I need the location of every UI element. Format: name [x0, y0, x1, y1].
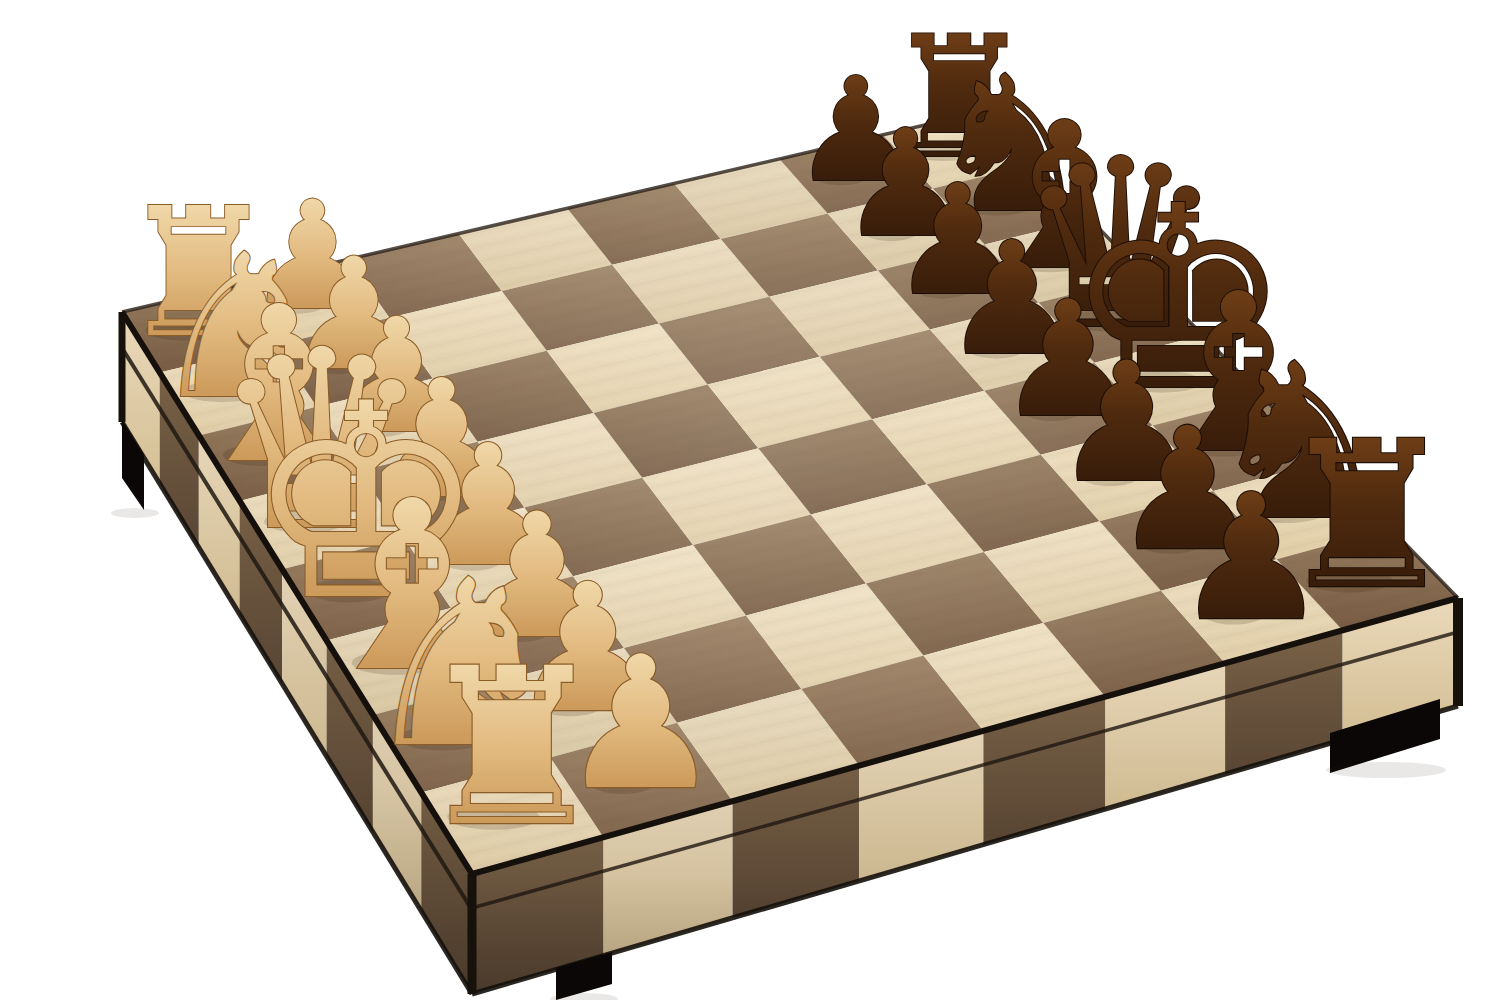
- piece-black-pawn-h7: ♟: [1173, 456, 1329, 659]
- chess-board: ♜♟♞♟♝♟♟♛♜♟♟♚♞♟♟♝♝♟♟♞♛♟♟♜♚♟♟♝♟♞♟♜: [40, 16, 1500, 1000]
- foot-shadow-west: [111, 508, 159, 518]
- chess-set-photo: ♜♟♞♟♝♟♟♛♜♟♟♚♞♟♟♝♝♟♟♞♛♟♟♜♚♟♟♝♟♞♟♜ Wooden …: [40, 16, 1500, 1000]
- piece-white-rook-h1: ♜: [415, 622, 610, 874]
- foot-shadow-east: [1326, 762, 1446, 778]
